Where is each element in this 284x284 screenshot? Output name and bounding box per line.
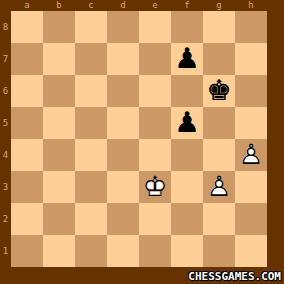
piece-outline-glyph: ♔ <box>139 171 171 203</box>
square-a3 <box>11 171 43 203</box>
square-b6 <box>43 75 75 107</box>
square-b7 <box>43 43 75 75</box>
square-b8 <box>43 11 75 43</box>
square-g4 <box>203 139 235 171</box>
square-b3 <box>43 171 75 203</box>
square-c2 <box>75 203 107 235</box>
file-label-f: f <box>171 0 203 11</box>
square-c7 <box>75 43 107 75</box>
square-h6 <box>235 75 267 107</box>
square-f3 <box>171 171 203 203</box>
square-f8 <box>171 11 203 43</box>
square-d8 <box>107 11 139 43</box>
rank-label-6: 6 <box>0 75 11 107</box>
square-a8 <box>11 11 43 43</box>
square-h8 <box>235 11 267 43</box>
square-h3 <box>235 171 267 203</box>
square-a4 <box>11 139 43 171</box>
chess-diagram: abcdefgh 87654321 ♟♙♚♔♟♙♟♙♚♔♟♙ CHESSGAME… <box>0 0 284 284</box>
rank-label-5: 5 <box>0 107 11 139</box>
square-f1 <box>171 235 203 267</box>
piece-outline-glyph: ♙ <box>235 139 267 171</box>
white-pawn-h4: ♟♙ <box>235 139 267 171</box>
file-label-e: e <box>139 0 171 11</box>
square-g1 <box>203 235 235 267</box>
footer-brand: CHESSGAMES.COM <box>188 270 281 283</box>
square-d3 <box>107 171 139 203</box>
square-c8 <box>75 11 107 43</box>
square-d1 <box>107 235 139 267</box>
square-g5 <box>203 107 235 139</box>
square-g3: ♟♙ <box>203 171 235 203</box>
square-e3: ♚♔ <box>139 171 171 203</box>
square-c4 <box>75 139 107 171</box>
square-f6 <box>171 75 203 107</box>
black-pawn-f7: ♟♙ <box>171 43 203 75</box>
piece-outline-glyph: ♙ <box>171 107 203 139</box>
file-label-b: b <box>43 0 75 11</box>
square-f7: ♟♙ <box>171 43 203 75</box>
piece-outline-glyph: ♙ <box>203 171 235 203</box>
square-e5 <box>139 107 171 139</box>
square-e1 <box>139 235 171 267</box>
square-e6 <box>139 75 171 107</box>
square-b5 <box>43 107 75 139</box>
square-h7 <box>235 43 267 75</box>
square-h1 <box>235 235 267 267</box>
square-a7 <box>11 43 43 75</box>
square-g6: ♚♔ <box>203 75 235 107</box>
square-g7 <box>203 43 235 75</box>
square-d4 <box>107 139 139 171</box>
square-c3 <box>75 171 107 203</box>
piece-outline-glyph: ♙ <box>171 43 203 75</box>
rank-label-8: 8 <box>0 11 11 43</box>
file-label-a: a <box>11 0 43 11</box>
square-h2 <box>235 203 267 235</box>
square-f2 <box>171 203 203 235</box>
file-label-g: g <box>203 0 235 11</box>
square-h4: ♟♙ <box>235 139 267 171</box>
square-f5: ♟♙ <box>171 107 203 139</box>
square-e7 <box>139 43 171 75</box>
white-pawn-g3: ♟♙ <box>203 171 235 203</box>
file-label-d: d <box>107 0 139 11</box>
square-e8 <box>139 11 171 43</box>
square-a2 <box>11 203 43 235</box>
square-c6 <box>75 75 107 107</box>
square-d5 <box>107 107 139 139</box>
square-a5 <box>11 107 43 139</box>
square-d2 <box>107 203 139 235</box>
square-d7 <box>107 43 139 75</box>
white-king-e3: ♚♔ <box>139 171 171 203</box>
rank-label-3: 3 <box>0 171 11 203</box>
square-a1 <box>11 235 43 267</box>
rank-label-4: 4 <box>0 139 11 171</box>
square-b2 <box>43 203 75 235</box>
square-e2 <box>139 203 171 235</box>
square-c5 <box>75 107 107 139</box>
rank-labels: 87654321 <box>0 11 11 267</box>
square-g2 <box>203 203 235 235</box>
square-f4 <box>171 139 203 171</box>
rank-label-2: 2 <box>0 203 11 235</box>
board: ♟♙♚♔♟♙♟♙♚♔♟♙ <box>11 11 267 267</box>
square-c1 <box>75 235 107 267</box>
file-labels: abcdefgh <box>11 0 267 11</box>
black-pawn-f5: ♟♙ <box>171 107 203 139</box>
square-b1 <box>43 235 75 267</box>
square-g8 <box>203 11 235 43</box>
rank-label-7: 7 <box>0 43 11 75</box>
square-a6 <box>11 75 43 107</box>
square-e4 <box>139 139 171 171</box>
file-label-c: c <box>75 0 107 11</box>
square-b4 <box>43 139 75 171</box>
square-h5 <box>235 107 267 139</box>
file-label-h: h <box>235 0 267 11</box>
rank-label-1: 1 <box>0 235 11 267</box>
black-king-g6: ♚♔ <box>203 75 235 107</box>
piece-outline-glyph: ♔ <box>203 75 235 107</box>
square-d6 <box>107 75 139 107</box>
